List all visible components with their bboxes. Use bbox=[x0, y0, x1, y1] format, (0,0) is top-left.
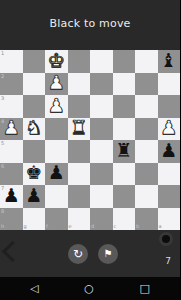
square-h4[interactable]: 4♟ bbox=[0, 118, 23, 141]
square-c1[interactable] bbox=[113, 50, 136, 73]
file-label: h bbox=[1, 224, 4, 229]
rank-label: 3 bbox=[1, 96, 4, 101]
square-a2[interactable] bbox=[158, 73, 181, 96]
file-label: d bbox=[91, 224, 94, 229]
square-h5[interactable]: 5 bbox=[0, 140, 23, 163]
file-label: a bbox=[159, 224, 162, 229]
black-bishop: ♝ bbox=[160, 51, 177, 70]
square-e6[interactable] bbox=[68, 163, 91, 186]
white-king: ♚ bbox=[48, 51, 65, 70]
rank-label: 8 bbox=[1, 209, 4, 214]
white-pawn: ♟ bbox=[48, 96, 65, 115]
square-h1[interactable]: 1 bbox=[0, 50, 23, 73]
square-b5[interactable] bbox=[135, 140, 158, 163]
square-c6[interactable] bbox=[113, 163, 136, 186]
white-pawn: ♟ bbox=[160, 118, 177, 137]
square-e3[interactable] bbox=[68, 95, 91, 118]
square-e7[interactable] bbox=[68, 185, 91, 208]
black-pawn: ♟ bbox=[48, 163, 65, 182]
android-nav-bar: ◁ ○ □ bbox=[0, 277, 180, 300]
file-label: f bbox=[46, 224, 48, 229]
square-f2[interactable]: ♟ bbox=[45, 73, 68, 96]
square-e2[interactable] bbox=[68, 73, 91, 96]
rank-label: 1 bbox=[1, 51, 4, 56]
retry-icon: ↻ bbox=[73, 248, 83, 260]
square-g7[interactable]: ♟ bbox=[23, 185, 46, 208]
black-pawn: ♟ bbox=[3, 186, 20, 205]
square-c2[interactable] bbox=[113, 73, 136, 96]
square-f4[interactable] bbox=[45, 118, 68, 141]
square-d2[interactable] bbox=[90, 73, 113, 96]
square-b3[interactable] bbox=[135, 95, 158, 118]
square-f8[interactable]: f bbox=[45, 208, 68, 231]
square-g4[interactable]: ♞ bbox=[23, 118, 46, 141]
square-f5[interactable] bbox=[45, 140, 68, 163]
white-pawn: ♟ bbox=[3, 118, 20, 137]
square-g6[interactable]: ♚ bbox=[23, 163, 46, 186]
square-h2[interactable]: 2 bbox=[0, 73, 23, 96]
file-label: b bbox=[136, 224, 139, 229]
side-to-move-text: Black to move bbox=[0, 17, 180, 30]
square-g5[interactable] bbox=[23, 140, 46, 163]
square-a7[interactable] bbox=[158, 185, 181, 208]
square-b1[interactable] bbox=[135, 50, 158, 73]
timer-indicator bbox=[159, 232, 173, 246]
square-d5[interactable] bbox=[90, 140, 113, 163]
square-d6[interactable] bbox=[90, 163, 113, 186]
square-h7[interactable]: 7♟ bbox=[0, 185, 23, 208]
flag-button[interactable]: ⚑ bbox=[98, 244, 118, 264]
rank-label: 5 bbox=[1, 141, 4, 146]
recents-button[interactable]: □ bbox=[140, 283, 150, 294]
square-g2[interactable] bbox=[23, 73, 46, 96]
square-d8[interactable]: d bbox=[90, 208, 113, 231]
file-label: e bbox=[69, 224, 72, 229]
retry-button[interactable]: ↻ bbox=[68, 244, 88, 264]
square-g8[interactable]: g bbox=[23, 208, 46, 231]
square-f1[interactable]: ♚ bbox=[45, 50, 68, 73]
square-c3[interactable] bbox=[113, 95, 136, 118]
square-e4[interactable]: ♜ bbox=[68, 118, 91, 141]
bottom-panel: ↻ ⚑ 7 bbox=[0, 230, 180, 277]
square-f7[interactable] bbox=[45, 185, 68, 208]
square-h8[interactable]: 8h bbox=[0, 208, 23, 231]
file-label: c bbox=[114, 224, 117, 229]
square-e5[interactable] bbox=[68, 140, 91, 163]
chess-board: 1♚♝2♟3♟4♟♞♜♟5♜♟6♚♟7♟♟8hgfedcba bbox=[0, 50, 180, 230]
square-f3[interactable]: ♟ bbox=[45, 95, 68, 118]
flag-icon: ⚑ bbox=[104, 249, 113, 259]
file-label: g bbox=[24, 224, 27, 229]
square-h6[interactable]: 6 bbox=[0, 163, 23, 186]
square-b4[interactable] bbox=[135, 118, 158, 141]
square-a3[interactable] bbox=[158, 95, 181, 118]
square-b8[interactable]: b bbox=[135, 208, 158, 231]
black-king: ♚ bbox=[25, 163, 42, 182]
square-e8[interactable]: e bbox=[68, 208, 91, 231]
square-d7[interactable] bbox=[90, 185, 113, 208]
puzzle-counter: 7 bbox=[165, 256, 171, 266]
square-g3[interactable] bbox=[23, 95, 46, 118]
white-knight: ♞ bbox=[25, 118, 42, 137]
square-c4[interactable] bbox=[113, 118, 136, 141]
back-button[interactable]: ◁ bbox=[30, 283, 38, 294]
square-d4[interactable] bbox=[90, 118, 113, 141]
square-b7[interactable] bbox=[135, 185, 158, 208]
square-e1[interactable] bbox=[68, 50, 91, 73]
square-d3[interactable] bbox=[90, 95, 113, 118]
square-a5[interactable]: ♟ bbox=[158, 140, 181, 163]
square-a6[interactable] bbox=[158, 163, 181, 186]
square-c7[interactable] bbox=[113, 185, 136, 208]
rank-label: 6 bbox=[1, 164, 4, 169]
square-b6[interactable] bbox=[135, 163, 158, 186]
square-a1[interactable]: ♝ bbox=[158, 50, 181, 73]
square-c5[interactable]: ♜ bbox=[113, 140, 136, 163]
square-b2[interactable] bbox=[135, 73, 158, 96]
home-button[interactable]: ○ bbox=[84, 283, 94, 294]
square-h3[interactable]: 3 bbox=[0, 95, 23, 118]
black-pawn: ♟ bbox=[25, 186, 42, 205]
drawer-edge-chevron-icon bbox=[2, 241, 23, 262]
black-pawn: ♟ bbox=[160, 141, 177, 160]
square-a8[interactable]: a bbox=[158, 208, 181, 231]
square-f6[interactable]: ♟ bbox=[45, 163, 68, 186]
black-rook: ♜ bbox=[115, 141, 132, 160]
square-d1[interactable] bbox=[90, 50, 113, 73]
square-g1[interactable] bbox=[23, 50, 46, 73]
square-c8[interactable]: c bbox=[113, 208, 136, 231]
white-pawn: ♟ bbox=[48, 73, 65, 92]
app-screen: Black to move 1♚♝2♟3♟4♟♞♜♟5♜♟6♚♟7♟♟8hgfe… bbox=[0, 0, 180, 300]
white-rook: ♜ bbox=[70, 118, 87, 137]
square-a4[interactable]: ♟ bbox=[158, 118, 181, 141]
rank-label: 2 bbox=[1, 74, 4, 79]
